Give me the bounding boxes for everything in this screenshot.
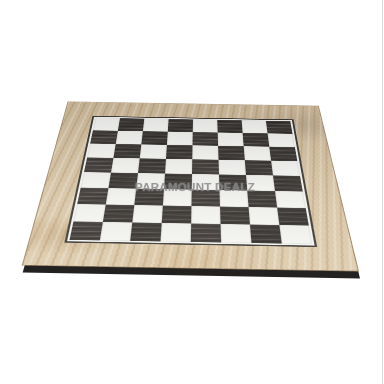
- square-h6: [269, 146, 297, 160]
- square-b2: [103, 204, 134, 222]
- square-g6: [244, 146, 271, 160]
- square-g8: [242, 120, 268, 133]
- square-g5: [245, 160, 273, 175]
- square-b1: [100, 221, 132, 240]
- square-a2: [73, 204, 105, 222]
- square-g7: [243, 132, 270, 146]
- square-e8: [193, 119, 218, 132]
- square-a3: [77, 187, 108, 204]
- square-b3: [106, 188, 136, 205]
- square-a7: [90, 130, 118, 144]
- watermark-text: PARAMOUNT DEALZ: [135, 181, 255, 193]
- square-d7: [167, 131, 193, 145]
- square-c7: [141, 131, 167, 145]
- square-e5: [192, 159, 219, 174]
- square-c1: [130, 222, 162, 241]
- square-h2: [277, 207, 309, 225]
- square-c6: [140, 144, 167, 158]
- square-b4: [108, 172, 138, 188]
- square-h1: [279, 225, 312, 244]
- photo-edge-line: [382, 0, 383, 384]
- square-h4: [273, 175, 303, 191]
- square-g2: [249, 207, 280, 225]
- square-f1: [221, 223, 252, 242]
- square-h7: [268, 133, 295, 147]
- square-a6: [87, 143, 116, 157]
- square-h5: [271, 160, 300, 175]
- square-f2: [220, 206, 250, 224]
- square-d6: [166, 144, 193, 158]
- square-f7: [218, 132, 244, 146]
- square-f6: [218, 145, 245, 159]
- square-b5: [111, 157, 140, 172]
- square-d2: [162, 205, 192, 223]
- square-a8: [93, 117, 120, 130]
- square-e6: [192, 145, 218, 159]
- square-d1: [160, 222, 191, 241]
- square-b7: [116, 130, 143, 144]
- square-d5: [165, 158, 192, 173]
- square-h3: [275, 191, 306, 208]
- square-g1: [250, 224, 282, 243]
- square-h8: [266, 120, 293, 133]
- square-f8: [217, 119, 242, 132]
- square-c2: [132, 205, 163, 223]
- square-a4: [81, 172, 111, 188]
- square-e1: [191, 223, 221, 242]
- product-photo: PARAMOUNT DEALZ: [0, 0, 384, 384]
- square-d8: [168, 119, 193, 132]
- square-c8: [143, 118, 169, 131]
- square-b6: [113, 143, 141, 157]
- square-a1: [70, 221, 103, 240]
- square-f5: [219, 159, 246, 174]
- square-a5: [84, 157, 113, 172]
- square-c5: [138, 158, 166, 173]
- square-b8: [118, 118, 144, 131]
- square-e2: [191, 206, 220, 224]
- square-e7: [193, 132, 219, 146]
